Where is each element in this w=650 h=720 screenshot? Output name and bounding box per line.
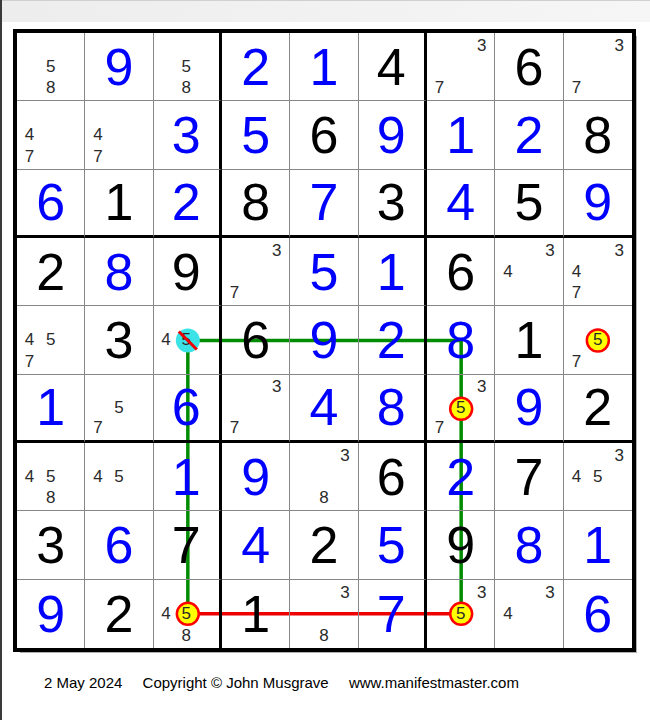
given-digit: 1	[241, 588, 270, 640]
cell-r9c6[interactable]: 7	[359, 580, 427, 648]
candidate-digit: 3	[540, 582, 561, 603]
cell-r6c7[interactable]: 357	[427, 375, 495, 443]
cell-r4c7[interactable]: 6	[427, 238, 495, 306]
cell-r5c2[interactable]: 3	[85, 306, 153, 374]
cell-r5c1[interactable]: 457	[17, 306, 85, 374]
candidate-grid: 458	[17, 443, 84, 510]
cell-r4c1[interactable]: 2	[17, 238, 85, 306]
candidate-digit: 8	[40, 77, 61, 98]
candidate-digit: 5	[40, 56, 61, 77]
solved-digit: 6	[36, 176, 65, 228]
candidate-digit: 5	[176, 329, 196, 350]
candidate-digit: 4	[19, 329, 40, 350]
cell-r6c1[interactable]: 1	[17, 375, 85, 443]
candidate-digit: 8	[176, 77, 196, 98]
candidate-digit: 5	[587, 466, 608, 487]
given-digit: 2	[583, 381, 612, 433]
candidate-grid: 37	[564, 33, 632, 100]
solved-digit: 9	[377, 109, 406, 161]
solved-digit: 9	[310, 314, 339, 366]
cell-r6c9[interactable]: 2	[564, 375, 632, 443]
candidate-digit: 4	[19, 124, 40, 145]
cell-r7c1[interactable]: 458	[17, 443, 85, 511]
candidate-digit: 7	[429, 77, 450, 98]
cell-r8c5[interactable]: 2	[290, 511, 358, 579]
cell-r4c3[interactable]: 9	[154, 238, 222, 306]
given-digit: 1	[105, 176, 134, 228]
candidate-digit: 3	[471, 377, 492, 397]
solved-digit: 1	[583, 519, 612, 571]
candidate-grid: 45	[154, 306, 219, 373]
cell-r8c4[interactable]: 4	[222, 511, 290, 579]
candidate-digit: 5	[108, 466, 129, 487]
solved-digit: 6	[172, 381, 201, 433]
solved-digit: 5	[241, 109, 270, 161]
cell-r3c5[interactable]: 7	[290, 170, 358, 238]
candidate-digit: 3	[335, 582, 356, 603]
cell-r3c8[interactable]: 5	[495, 170, 563, 238]
solved-digit: 8	[446, 314, 475, 366]
solved-digit: 7	[310, 176, 339, 228]
candidate-digit: 5	[176, 603, 196, 624]
cell-r6c4[interactable]: 37	[222, 375, 290, 443]
cell-r7c8[interactable]: 7	[495, 443, 563, 511]
candidate-grid: 357	[427, 375, 494, 440]
candidate-digit: 7	[19, 351, 40, 372]
cell-r2c7[interactable]: 1	[427, 101, 495, 169]
given-digit: 6	[241, 314, 270, 366]
candidate-digit: 3	[609, 445, 630, 466]
solved-digit: 7	[377, 588, 406, 640]
candidate-grid: 47	[17, 101, 84, 168]
cell-r8c7[interactable]: 9	[427, 511, 495, 579]
solved-digit: 1	[172, 451, 201, 503]
given-digit: 6	[377, 451, 406, 503]
cell-r1c6[interactable]: 4	[359, 33, 427, 101]
cell-r2c3[interactable]: 3	[154, 101, 222, 169]
cell-r3c2[interactable]: 1	[85, 170, 153, 238]
solved-digit: 2	[446, 451, 475, 503]
cell-r1c3[interactable]: 58	[154, 33, 222, 101]
candidate-digit: 4	[87, 124, 108, 145]
candidate-digit: 3	[609, 35, 630, 56]
candidate-digit: 7	[87, 146, 108, 167]
solved-digit: 8	[105, 246, 134, 298]
sudoku-board: 5895821437637474735691286128734592893751…	[17, 33, 632, 648]
candidate-digit: 3	[471, 35, 492, 56]
solved-digit: 5	[310, 246, 339, 298]
cell-r8c1[interactable]: 3	[17, 511, 85, 579]
candidate-digit: 5	[40, 329, 61, 350]
given-digit: 9	[172, 246, 201, 298]
cell-r3c1[interactable]: 6	[17, 170, 85, 238]
solved-digit: 2	[241, 41, 270, 93]
candidate-digit: 5	[40, 466, 61, 487]
candidate-digit: 7	[87, 418, 108, 438]
given-digit: 2	[36, 246, 65, 298]
cell-r2c2[interactable]: 47	[85, 101, 153, 169]
given-digit: 6	[446, 246, 475, 298]
cell-r2c4[interactable]: 5	[222, 101, 290, 169]
candidate-digit: 5	[450, 397, 471, 417]
cell-r5c3[interactable]: 45	[154, 306, 222, 374]
cell-r6c2[interactable]: 57	[85, 375, 153, 443]
given-digit: 4	[377, 41, 406, 93]
candidate-digit: 4	[156, 329, 176, 350]
cell-r3c4[interactable]: 8	[222, 170, 290, 238]
solved-digit: 3	[172, 109, 201, 161]
solved-digit: 2	[377, 314, 406, 366]
cell-r2c1[interactable]: 47	[17, 101, 85, 169]
candidate-digit: 4	[87, 466, 108, 487]
cell-r8c9[interactable]: 1	[564, 511, 632, 579]
cell-r2c6[interactable]: 9	[359, 101, 427, 169]
cell-r8c3[interactable]: 7	[154, 511, 222, 579]
solved-digit: 4	[446, 176, 475, 228]
cell-r8c8[interactable]: 8	[495, 511, 563, 579]
given-digit: 7	[172, 519, 201, 571]
window-top-bar	[0, 0, 650, 22]
cell-r7c3[interactable]: 1	[154, 443, 222, 511]
candidate-digit: 3	[471, 582, 492, 603]
cell-r4c2[interactable]: 8	[85, 238, 153, 306]
candidate-digit: 7	[566, 77, 587, 98]
cell-r3c7[interactable]: 4	[427, 170, 495, 238]
solved-digit: 9	[241, 451, 270, 503]
candidate-digit: 4	[497, 261, 518, 282]
candidate-grid: 347	[564, 238, 632, 305]
candidate-grid: 35	[427, 580, 494, 648]
candidate-digit: 4	[566, 261, 587, 282]
cell-r9c5[interactable]: 38	[290, 580, 358, 648]
candidate-digit: 3	[335, 445, 356, 466]
solved-digit: 6	[105, 519, 134, 571]
cell-r9c9[interactable]: 6	[564, 580, 632, 648]
cell-r2c9[interactable]: 8	[564, 101, 632, 169]
cell-r1c4[interactable]: 2	[222, 33, 290, 101]
candidate-grid: 45	[85, 443, 152, 510]
cell-r5c5[interactable]: 9	[290, 306, 358, 374]
candidate-grid: 38	[290, 580, 357, 648]
candidate-digit: 8	[176, 625, 196, 646]
given-digit: 6	[515, 41, 544, 93]
candidate-digit: 5	[176, 56, 196, 77]
candidate-digit: 7	[566, 282, 587, 303]
candidate-grid: 37	[222, 375, 289, 440]
solved-digit: 1	[36, 381, 65, 433]
cell-r5c4[interactable]: 6	[222, 306, 290, 374]
cell-r1c1[interactable]: 58	[17, 33, 85, 101]
candidate-digit: 5	[587, 329, 608, 350]
given-digit: 2	[105, 588, 134, 640]
cell-r6c6[interactable]: 8	[359, 375, 427, 443]
cell-r7c9[interactable]: 345	[564, 443, 632, 511]
given-digit: 7	[515, 451, 544, 503]
cell-r3c3[interactable]: 2	[154, 170, 222, 238]
cell-r1c7[interactable]: 37	[427, 33, 495, 101]
cell-r5c6[interactable]: 2	[359, 306, 427, 374]
cell-r6c8[interactable]: 9	[495, 375, 563, 443]
candidate-grid: 38	[290, 443, 357, 510]
candidate-digit: 5	[108, 397, 129, 417]
sudoku-board-frame: 5895821437637474735691286128734592893751…	[13, 29, 636, 652]
cell-r7c2[interactable]: 45	[85, 443, 153, 511]
cell-r9c1[interactable]: 9	[17, 580, 85, 648]
cell-r1c5[interactable]: 1	[290, 33, 358, 101]
given-digit: 1	[515, 314, 544, 366]
candidate-digit: 4	[19, 466, 40, 487]
solved-digit: 2	[515, 109, 544, 161]
solved-digit: 2	[172, 176, 201, 228]
candidate-digit: 3	[266, 240, 287, 261]
candidate-digit: 4	[566, 466, 587, 487]
given-digit: 8	[241, 176, 270, 228]
candidate-grid: 57	[564, 306, 632, 373]
cell-r3c6[interactable]: 3	[359, 170, 427, 238]
solved-digit: 6	[583, 588, 612, 640]
solved-digit: 1	[377, 246, 406, 298]
cell-r7c5[interactable]: 38	[290, 443, 358, 511]
candidate-grid: 345	[564, 443, 632, 510]
candidate-grid: 57	[85, 375, 152, 440]
candidate-grid: 58	[154, 33, 219, 100]
cell-r4c4[interactable]: 37	[222, 238, 290, 306]
solved-digit: 9	[583, 176, 612, 228]
solved-digit: 9	[36, 588, 65, 640]
cell-r9c3[interactable]: 458	[154, 580, 222, 648]
candidate-digit: 7	[566, 351, 587, 372]
solved-digit: 5	[377, 519, 406, 571]
candidate-digit: 8	[40, 487, 61, 508]
candidate-digit: 4	[497, 603, 518, 624]
given-digit: 3	[36, 519, 65, 571]
solved-digit: 4	[241, 519, 270, 571]
candidate-digit: 5	[450, 603, 471, 624]
candidate-digit: 3	[609, 240, 630, 261]
cell-r9c2[interactable]: 2	[85, 580, 153, 648]
solved-digit: 9	[515, 381, 544, 433]
candidate-grid: 34	[495, 580, 562, 648]
candidate-digit: 7	[224, 282, 245, 303]
cell-r3c9[interactable]: 9	[564, 170, 632, 238]
candidate-grid: 37	[427, 33, 494, 100]
window-left-edge	[0, 0, 2, 720]
candidate-grid: 458	[154, 580, 219, 648]
given-digit: 5	[515, 176, 544, 228]
given-digit: 9	[446, 519, 475, 571]
candidate-digit: 7	[429, 418, 450, 438]
cell-r2c8[interactable]: 2	[495, 101, 563, 169]
solved-digit: 1	[310, 41, 339, 93]
given-digit: 3	[377, 176, 406, 228]
footer-date: 2 May 2024	[44, 674, 122, 691]
given-digit: 8	[583, 109, 612, 161]
given-digit: 3	[105, 314, 134, 366]
candidate-digit: 7	[19, 146, 40, 167]
solved-digit: 9	[105, 41, 134, 93]
candidate-digit: 7	[224, 418, 245, 438]
candidate-digit: 4	[156, 603, 176, 624]
candidate-grid: 37	[222, 238, 289, 305]
cell-r4c9[interactable]: 347	[564, 238, 632, 306]
cell-r7c4[interactable]: 9	[222, 443, 290, 511]
cell-r7c6[interactable]: 6	[359, 443, 427, 511]
footer-copyright: Copyright © John Musgrave	[143, 674, 329, 691]
solved-digit: 1	[446, 109, 475, 161]
candidate-grid: 34	[495, 238, 562, 305]
cell-r8c6[interactable]: 5	[359, 511, 427, 579]
cell-r1c8[interactable]: 6	[495, 33, 563, 101]
cell-r4c6[interactable]: 1	[359, 238, 427, 306]
given-digit: 6	[310, 109, 339, 161]
candidate-digit: 8	[313, 625, 334, 646]
cell-r5c7[interactable]: 8	[427, 306, 495, 374]
candidate-grid: 457	[17, 306, 84, 373]
cell-r2c5[interactable]: 6	[290, 101, 358, 169]
cell-r1c2[interactable]: 9	[85, 33, 153, 101]
cell-r9c4[interactable]: 1	[222, 580, 290, 648]
cell-r9c8[interactable]: 34	[495, 580, 563, 648]
cell-r8c2[interactable]: 6	[85, 511, 153, 579]
cell-r9c7[interactable]: 35	[427, 580, 495, 648]
cell-r1c9[interactable]: 37	[564, 33, 632, 101]
cell-r5c8[interactable]: 1	[495, 306, 563, 374]
candidate-digit: 3	[266, 377, 287, 397]
cell-r6c5[interactable]: 4	[290, 375, 358, 443]
footer-website: www.manifestmaster.com	[349, 674, 519, 691]
given-digit: 2	[310, 519, 339, 571]
solved-digit: 8	[377, 381, 406, 433]
cell-r7c7[interactable]: 2	[427, 443, 495, 511]
cell-r4c5[interactable]: 5	[290, 238, 358, 306]
cell-r5c9[interactable]: 57	[564, 306, 632, 374]
cell-r4c8[interactable]: 34	[495, 238, 563, 306]
cell-r6c3[interactable]: 6	[154, 375, 222, 443]
candidate-digit: 3	[540, 240, 561, 261]
solved-digit: 8	[515, 519, 544, 571]
candidate-grid: 47	[85, 101, 152, 168]
solved-digit: 4	[310, 381, 339, 433]
candidate-digit: 8	[313, 487, 334, 508]
footer: 2 May 2024 Copyright © John Musgrave www…	[44, 674, 519, 691]
candidate-grid: 58	[17, 33, 84, 100]
